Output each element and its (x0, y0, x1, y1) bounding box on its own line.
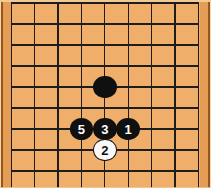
grid-line-vertical (81, 3, 82, 188)
board-frame-left (0, 0, 11, 188)
black-stone-move-5: 5 (70, 118, 94, 140)
black-stone-move-3: 3 (93, 118, 117, 140)
board-frame-right (200, 0, 212, 188)
move-number-label: 2 (101, 143, 108, 156)
move-number-label: 3 (101, 122, 108, 135)
move-number-label: 1 (125, 122, 132, 135)
grid-line-horizontal (11, 170, 200, 171)
grid-line-vertical (57, 3, 58, 188)
grid-line-vertical (11, 3, 12, 188)
grid-line-vertical (128, 3, 129, 188)
grid-line-vertical (151, 3, 152, 188)
grid-line-horizontal (11, 44, 200, 45)
goban: 5312 (0, 0, 211, 188)
board-frame-bottom-highlight (0, 187, 211, 188)
grid-line-horizontal (11, 23, 200, 24)
board-frame-top-highlight (0, 0, 211, 2)
go-diagram: 5312 (0, 0, 211, 188)
grid-line-horizontal (11, 65, 200, 66)
grid-line-vertical (34, 3, 35, 188)
black-stone (93, 76, 117, 98)
grid-line-vertical (174, 3, 175, 188)
grid-line-horizontal (11, 107, 200, 108)
move-number-label: 5 (78, 122, 85, 135)
white-stone-move-2: 2 (93, 139, 117, 161)
black-stone-move-1: 1 (116, 118, 140, 140)
grid-line-horizontal (11, 2, 200, 4)
